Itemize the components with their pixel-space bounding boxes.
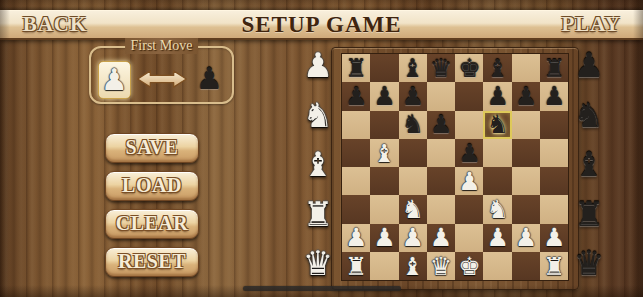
square-d5[interactable] bbox=[427, 139, 455, 167]
square-g1[interactable] bbox=[512, 252, 540, 280]
black-queen: ♛ bbox=[430, 56, 452, 81]
square-f3[interactable]: ♞ bbox=[483, 195, 511, 223]
black-pawn: ♟ bbox=[515, 84, 537, 109]
white-knight: ♞ bbox=[486, 197, 508, 222]
horizontal-scroll-indicator[interactable] bbox=[243, 286, 401, 291]
square-g8[interactable] bbox=[512, 54, 540, 82]
white-king: ♚ bbox=[458, 254, 480, 279]
square-f7[interactable]: ♟ bbox=[483, 82, 511, 110]
square-h6[interactable] bbox=[540, 111, 568, 139]
square-f5[interactable] bbox=[483, 139, 511, 167]
first-move-panel: First Move ♟ ♟ bbox=[89, 46, 234, 104]
white-pawn: ♟ bbox=[402, 225, 424, 250]
palette-white-queen[interactable]: ♛ bbox=[303, 246, 333, 280]
play-button[interactable]: PLAY bbox=[551, 11, 631, 38]
square-c5[interactable] bbox=[399, 139, 427, 167]
square-f2[interactable]: ♟ bbox=[483, 224, 511, 252]
square-d3[interactable] bbox=[427, 195, 455, 223]
black-knight: ♞ bbox=[402, 112, 424, 137]
white-bishop: ♝ bbox=[373, 141, 395, 166]
square-c6[interactable]: ♞ bbox=[399, 111, 427, 139]
square-h4[interactable] bbox=[540, 167, 568, 195]
square-f6[interactable]: ♞ bbox=[483, 111, 511, 139]
square-e3[interactable] bbox=[455, 195, 483, 223]
square-b8[interactable] bbox=[370, 54, 398, 82]
square-a4[interactable] bbox=[342, 167, 370, 195]
white-knight: ♞ bbox=[402, 197, 424, 222]
square-c3[interactable]: ♞ bbox=[399, 195, 427, 223]
black-bishop: ♝ bbox=[402, 56, 424, 81]
black-pawn: ♟ bbox=[458, 141, 480, 166]
square-h7[interactable]: ♟ bbox=[540, 82, 568, 110]
square-e4[interactable]: ♟ bbox=[455, 167, 483, 195]
white-bishop: ♝ bbox=[402, 254, 424, 279]
square-c8[interactable]: ♝ bbox=[399, 54, 427, 82]
square-d7[interactable] bbox=[427, 82, 455, 110]
black-rook: ♜ bbox=[543, 56, 565, 81]
square-h8[interactable]: ♜ bbox=[540, 54, 568, 82]
square-g3[interactable] bbox=[512, 195, 540, 223]
black-pawn: ♟ bbox=[543, 84, 565, 109]
palette-black-bishop[interactable]: ♝ bbox=[574, 147, 604, 181]
black-pawn: ♟ bbox=[486, 84, 508, 109]
white-pawn-icon: ♟ bbox=[101, 65, 128, 95]
palette-white-knight[interactable]: ♞ bbox=[303, 98, 333, 132]
reset-button[interactable]: RESET bbox=[105, 247, 199, 277]
square-d2[interactable]: ♟ bbox=[427, 224, 455, 252]
black-pawn: ♟ bbox=[345, 84, 367, 109]
square-b5[interactable]: ♝ bbox=[370, 139, 398, 167]
white-pawn: ♟ bbox=[345, 225, 367, 250]
load-button[interactable]: LOAD bbox=[105, 171, 199, 201]
square-b7[interactable]: ♟ bbox=[370, 82, 398, 110]
square-e5[interactable]: ♟ bbox=[455, 139, 483, 167]
square-g5[interactable] bbox=[512, 139, 540, 167]
white-pawn: ♟ bbox=[486, 225, 508, 250]
clear-button[interactable]: CLEAR bbox=[105, 209, 199, 239]
square-c4[interactable] bbox=[399, 167, 427, 195]
square-e7[interactable] bbox=[455, 82, 483, 110]
square-h3[interactable] bbox=[540, 195, 568, 223]
square-f4[interactable] bbox=[483, 167, 511, 195]
black-pawn: ♟ bbox=[373, 84, 395, 109]
palette-black-pawn[interactable]: ♟ bbox=[574, 48, 604, 82]
square-d6[interactable]: ♟ bbox=[427, 111, 455, 139]
black-piece-palette: ♟♞♝♜♛ bbox=[570, 48, 608, 280]
white-pawn: ♟ bbox=[373, 225, 395, 250]
square-c1[interactable]: ♝ bbox=[399, 252, 427, 280]
square-f8[interactable]: ♝ bbox=[483, 54, 511, 82]
palette-white-pawn[interactable]: ♟ bbox=[303, 48, 333, 82]
square-h5[interactable] bbox=[540, 139, 568, 167]
square-c7[interactable]: ♟ bbox=[399, 82, 427, 110]
square-c2[interactable]: ♟ bbox=[399, 224, 427, 252]
square-g4[interactable] bbox=[512, 167, 540, 195]
square-g6[interactable] bbox=[512, 111, 540, 139]
palette-black-queen[interactable]: ♛ bbox=[574, 246, 604, 280]
square-e1[interactable]: ♚ bbox=[455, 252, 483, 280]
square-e6[interactable] bbox=[455, 111, 483, 139]
white-pawn: ♟ bbox=[543, 225, 565, 250]
black-king: ♚ bbox=[458, 56, 480, 81]
first-move-label: First Move bbox=[125, 38, 199, 54]
white-queen: ♛ bbox=[430, 254, 452, 279]
square-a2[interactable]: ♟ bbox=[342, 224, 370, 252]
setup-game-screen: BACK SETUP GAME PLAY First Move ♟ ♟ SAVE… bbox=[0, 0, 643, 297]
square-a8[interactable]: ♜ bbox=[342, 54, 370, 82]
square-e8[interactable]: ♚ bbox=[455, 54, 483, 82]
board-frame: ♜♝♛♚♝♜♟♟♟♟♟♟♞♟♞♝♟♟♞♞♟♟♟♟♟♟♟♜♝♛♚♜ bbox=[331, 47, 579, 290]
black-pawn: ♟ bbox=[430, 112, 452, 137]
square-d1[interactable]: ♛ bbox=[427, 252, 455, 280]
square-b4[interactable] bbox=[370, 167, 398, 195]
black-knight: ♞ bbox=[486, 112, 508, 137]
square-b6[interactable] bbox=[370, 111, 398, 139]
black-bishop: ♝ bbox=[486, 56, 508, 81]
swap-arrow-icon[interactable] bbox=[135, 68, 189, 90]
square-g7[interactable]: ♟ bbox=[512, 82, 540, 110]
black-pawn-icon: ♟ bbox=[196, 64, 223, 94]
first-move-black-option[interactable]: ♟ bbox=[194, 61, 225, 97]
save-button[interactable]: SAVE bbox=[105, 133, 199, 163]
black-pawn: ♟ bbox=[402, 84, 424, 109]
square-a7[interactable]: ♟ bbox=[342, 82, 370, 110]
square-e2[interactable] bbox=[455, 224, 483, 252]
palette-black-rook[interactable]: ♜ bbox=[574, 197, 604, 231]
square-f1[interactable] bbox=[483, 252, 511, 280]
square-d4[interactable] bbox=[427, 167, 455, 195]
square-d8[interactable]: ♛ bbox=[427, 54, 455, 82]
square-h1[interactable]: ♜ bbox=[540, 252, 568, 280]
white-rook: ♜ bbox=[543, 254, 565, 279]
square-b3[interactable] bbox=[370, 195, 398, 223]
palette-white-rook[interactable]: ♜ bbox=[303, 197, 333, 231]
top-bar: BACK SETUP GAME PLAY bbox=[0, 10, 643, 40]
square-h2[interactable]: ♟ bbox=[540, 224, 568, 252]
white-pawn: ♟ bbox=[515, 225, 537, 250]
square-b1[interactable] bbox=[370, 252, 398, 280]
page-title: SETUP GAME bbox=[0, 11, 643, 38]
chess-board: ♜♝♛♚♝♜♟♟♟♟♟♟♞♟♞♝♟♟♞♞♟♟♟♟♟♟♟♜♝♛♚♜ bbox=[342, 54, 568, 280]
square-a5[interactable] bbox=[342, 139, 370, 167]
square-b2[interactable]: ♟ bbox=[370, 224, 398, 252]
square-a3[interactable] bbox=[342, 195, 370, 223]
white-pawn: ♟ bbox=[458, 169, 480, 194]
square-a6[interactable] bbox=[342, 111, 370, 139]
white-pawn: ♟ bbox=[430, 225, 452, 250]
first-move-white-option[interactable]: ♟ bbox=[98, 61, 131, 99]
white-rook: ♜ bbox=[345, 254, 367, 279]
palette-black-knight[interactable]: ♞ bbox=[574, 98, 604, 132]
palette-white-bishop[interactable]: ♝ bbox=[303, 147, 333, 181]
black-rook: ♜ bbox=[345, 56, 367, 81]
square-a1[interactable]: ♜ bbox=[342, 252, 370, 280]
square-g2[interactable]: ♟ bbox=[512, 224, 540, 252]
